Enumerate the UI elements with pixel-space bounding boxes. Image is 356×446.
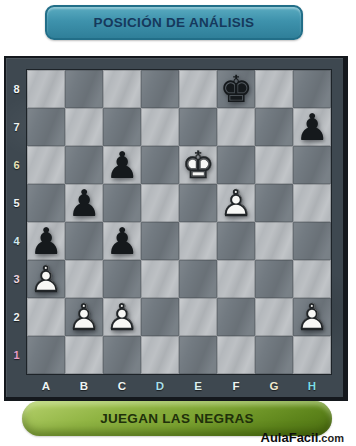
square-d2 xyxy=(141,298,179,336)
turn-banner-label: JUEGAN LAS NEGRAS xyxy=(100,411,254,426)
square-d3 xyxy=(141,260,179,298)
square-e6: ♚♔ xyxy=(179,146,217,184)
watermark-tld: .com xyxy=(318,432,344,444)
square-h5 xyxy=(293,184,331,222)
black-pawn: ♟ xyxy=(27,222,65,260)
black-piece-glyph: ♟ xyxy=(293,108,331,146)
square-f3 xyxy=(217,260,255,298)
square-c1 xyxy=(103,336,141,374)
square-a6 xyxy=(27,146,65,184)
rank-label-7: 7 xyxy=(6,108,27,146)
white-pawn: ♟♙ xyxy=(65,298,103,336)
square-h1 xyxy=(293,336,331,374)
black-piece-glyph: ♟ xyxy=(65,184,103,222)
square-c8 xyxy=(103,70,141,108)
square-b7 xyxy=(65,108,103,146)
white-piece-outline: ♙ xyxy=(217,184,255,222)
square-b3 xyxy=(65,260,103,298)
black-piece-glyph: ♟ xyxy=(27,222,65,260)
title-banner-label: POSICIÓN DE ANÁLISIS xyxy=(94,15,255,30)
square-b4 xyxy=(65,222,103,260)
square-f2 xyxy=(217,298,255,336)
square-e3 xyxy=(179,260,217,298)
square-g4 xyxy=(255,222,293,260)
square-e4 xyxy=(179,222,217,260)
rank-label-3: 3 xyxy=(6,260,27,298)
square-c6: ♟ xyxy=(103,146,141,184)
square-h7: ♟ xyxy=(293,108,331,146)
square-f1 xyxy=(217,336,255,374)
board-grid: ♚♟♟♚♔♟♟♙♟♟♟♙♟♙♟♙♟♙ xyxy=(27,70,331,374)
square-d4 xyxy=(141,222,179,260)
square-h2: ♟♙ xyxy=(293,298,331,336)
square-d6 xyxy=(141,146,179,184)
square-g1 xyxy=(255,336,293,374)
rank-label-6: 6 xyxy=(6,146,27,184)
white-piece-outline: ♙ xyxy=(103,298,141,336)
square-h6 xyxy=(293,146,331,184)
square-d7 xyxy=(141,108,179,146)
rank-labels: 87654321 xyxy=(6,70,27,374)
square-a7 xyxy=(27,108,65,146)
square-b8 xyxy=(65,70,103,108)
rank-label-2: 2 xyxy=(6,298,27,336)
file-label-f: F xyxy=(217,376,255,396)
square-f7 xyxy=(217,108,255,146)
white-pawn: ♟♙ xyxy=(217,184,255,222)
square-h8 xyxy=(293,70,331,108)
square-g5 xyxy=(255,184,293,222)
square-b1 xyxy=(65,336,103,374)
black-piece-glyph: ♟ xyxy=(103,146,141,184)
square-h4 xyxy=(293,222,331,260)
black-piece-glyph: ♟ xyxy=(103,222,141,260)
rank-label-5: 5 xyxy=(6,184,27,222)
square-g6 xyxy=(255,146,293,184)
black-king: ♚ xyxy=(217,70,255,108)
white-king: ♚♔ xyxy=(179,146,217,184)
square-b6 xyxy=(65,146,103,184)
square-a8 xyxy=(27,70,65,108)
square-c3 xyxy=(103,260,141,298)
rank-label-8: 8 xyxy=(6,70,27,108)
square-e1 xyxy=(179,336,217,374)
file-label-b: B xyxy=(65,376,103,396)
white-piece-outline: ♙ xyxy=(65,298,103,336)
white-piece-outline: ♔ xyxy=(179,146,217,184)
square-c4: ♟ xyxy=(103,222,141,260)
white-piece-outline: ♙ xyxy=(293,298,331,336)
square-f6 xyxy=(217,146,255,184)
chessboard: 87654321 ♚♟♟♚♔♟♟♙♟♟♟♙♟♙♟♙♟♙ ABCDEFGH xyxy=(4,56,348,401)
square-f4 xyxy=(217,222,255,260)
black-pawn: ♟ xyxy=(103,146,141,184)
file-label-g: G xyxy=(255,376,293,396)
file-label-c: C xyxy=(103,376,141,396)
rank-label-4: 4 xyxy=(6,222,27,260)
black-pawn: ♟ xyxy=(103,222,141,260)
square-f5: ♟♙ xyxy=(217,184,255,222)
square-a4: ♟ xyxy=(27,222,65,260)
square-e8 xyxy=(179,70,217,108)
rank-label-1: 1 xyxy=(6,336,27,374)
black-pawn: ♟ xyxy=(293,108,331,146)
square-e2 xyxy=(179,298,217,336)
site-watermark: AulaFacil .com xyxy=(261,430,344,445)
square-a3: ♟♙ xyxy=(27,260,65,298)
black-pawn: ♟ xyxy=(65,184,103,222)
square-a1 xyxy=(27,336,65,374)
square-d5 xyxy=(141,184,179,222)
black-piece-glyph: ♚ xyxy=(217,70,255,108)
watermark-name: AulaFacil xyxy=(261,430,319,445)
square-a2 xyxy=(27,298,65,336)
square-g8 xyxy=(255,70,293,108)
square-e7 xyxy=(179,108,217,146)
white-piece-outline: ♙ xyxy=(27,260,65,298)
file-label-e: E xyxy=(179,376,217,396)
file-label-d: D xyxy=(141,376,179,396)
square-e5 xyxy=(179,184,217,222)
white-pawn: ♟♙ xyxy=(103,298,141,336)
file-label-a: A xyxy=(27,376,65,396)
square-g2 xyxy=(255,298,293,336)
title-banner: POSICIÓN DE ANÁLISIS xyxy=(45,5,303,40)
square-f8: ♚ xyxy=(217,70,255,108)
square-a5 xyxy=(27,184,65,222)
square-d8 xyxy=(141,70,179,108)
square-d1 xyxy=(141,336,179,374)
square-g7 xyxy=(255,108,293,146)
square-g3 xyxy=(255,260,293,298)
square-c2: ♟♙ xyxy=(103,298,141,336)
square-b5: ♟ xyxy=(65,184,103,222)
square-c5 xyxy=(103,184,141,222)
file-labels: ABCDEFGH xyxy=(27,376,331,396)
file-label-h: H xyxy=(293,376,331,396)
square-c7 xyxy=(103,108,141,146)
square-h3 xyxy=(293,260,331,298)
square-b2: ♟♙ xyxy=(65,298,103,336)
white-pawn: ♟♙ xyxy=(293,298,331,336)
white-pawn: ♟♙ xyxy=(27,260,65,298)
